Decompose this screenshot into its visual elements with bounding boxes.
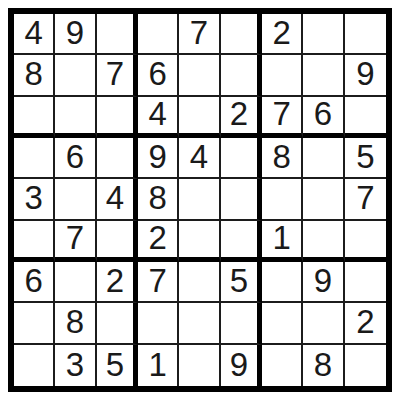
sudoku-cell-r8c5[interactable] — [179, 303, 220, 344]
sudoku-cell-r5c4[interactable]: 8 — [138, 179, 179, 220]
sudoku-cell-r4c8[interactable] — [303, 138, 344, 179]
sudoku-cell-r8c9[interactable]: 2 — [345, 303, 386, 344]
sudoku-cell-r1c9[interactable] — [345, 14, 386, 55]
given-digit: 3 — [66, 348, 84, 381]
sudoku-cell-r3c4[interactable]: 4 — [138, 97, 179, 138]
sudoku-cell-r9c1[interactable] — [14, 345, 55, 386]
sudoku-cell-r1c1[interactable]: 4 — [14, 14, 55, 55]
sudoku-cell-r1c3[interactable] — [97, 14, 138, 55]
sudoku-cell-r4c2[interactable]: 6 — [55, 138, 96, 179]
given-digit: 6 — [148, 57, 166, 90]
sudoku-cell-r2c7[interactable] — [262, 55, 303, 96]
sudoku-cell-r8c8[interactable] — [303, 303, 344, 344]
sudoku-cell-r7c4[interactable]: 7 — [138, 262, 179, 303]
given-digit: 2 — [230, 97, 248, 130]
sudoku-cell-r7c6[interactable]: 5 — [221, 262, 262, 303]
sudoku-cell-r2c3[interactable]: 7 — [97, 55, 138, 96]
sudoku-cell-r7c5[interactable] — [179, 262, 220, 303]
sudoku-board: 497287694276694853487721627598235198 — [8, 8, 392, 392]
sudoku-cell-r9c6[interactable]: 9 — [221, 345, 262, 386]
given-digit: 7 — [356, 181, 374, 214]
given-digit: 2 — [356, 305, 374, 338]
given-digit: 7 — [272, 97, 290, 130]
sudoku-cell-r8c3[interactable] — [97, 303, 138, 344]
sudoku-cell-r9c4[interactable]: 1 — [138, 345, 179, 386]
sudoku-cell-r4c5[interactable]: 4 — [179, 138, 220, 179]
given-digit: 9 — [356, 57, 374, 90]
sudoku-cell-r1c2[interactable]: 9 — [55, 14, 96, 55]
sudoku-cell-r8c2[interactable]: 8 — [55, 303, 96, 344]
given-digit: 2 — [272, 16, 290, 49]
given-digit: 1 — [272, 221, 290, 254]
sudoku-cell-r2c8[interactable] — [303, 55, 344, 96]
sudoku-cell-r2c1[interactable]: 8 — [14, 55, 55, 96]
given-digit: 6 — [24, 264, 42, 297]
given-digit: 4 — [190, 140, 208, 173]
sudoku-cell-r5c3[interactable]: 4 — [97, 179, 138, 220]
sudoku-cell-r8c1[interactable] — [14, 303, 55, 344]
sudoku-cell-r4c4[interactable]: 9 — [138, 138, 179, 179]
sudoku-cell-r6c9[interactable] — [345, 221, 386, 262]
sudoku-cell-r6c1[interactable] — [14, 221, 55, 262]
given-digit: 2 — [106, 264, 124, 297]
sudoku-cell-r2c5[interactable] — [179, 55, 220, 96]
sudoku-cell-r9c5[interactable] — [179, 345, 220, 386]
given-digit: 4 — [148, 97, 166, 130]
given-digit: 6 — [314, 97, 332, 130]
given-digit: 3 — [24, 181, 42, 214]
sudoku-cell-r6c5[interactable] — [179, 221, 220, 262]
sudoku-cell-r1c6[interactable] — [221, 14, 262, 55]
sudoku-cell-r8c6[interactable] — [221, 303, 262, 344]
sudoku-cell-r3c8[interactable]: 6 — [303, 97, 344, 138]
sudoku-cell-r5c9[interactable]: 7 — [345, 179, 386, 220]
given-digit: 4 — [106, 181, 124, 214]
sudoku-cell-r4c9[interactable]: 5 — [345, 138, 386, 179]
given-digit: 7 — [106, 57, 124, 90]
given-digit: 9 — [314, 264, 332, 297]
sudoku-cell-r1c8[interactable] — [303, 14, 344, 55]
given-digit: 9 — [66, 16, 84, 49]
sudoku-cell-r9c8[interactable]: 8 — [303, 345, 344, 386]
sudoku-cell-r3c6[interactable]: 2 — [221, 97, 262, 138]
given-digit: 8 — [148, 181, 166, 214]
sudoku-cell-r4c7[interactable]: 8 — [262, 138, 303, 179]
given-digit: 7 — [66, 221, 84, 254]
sudoku-cell-r3c5[interactable] — [179, 97, 220, 138]
sudoku-cell-r9c2[interactable]: 3 — [55, 345, 96, 386]
given-digit: 5 — [106, 348, 124, 381]
given-digit: 7 — [190, 16, 208, 49]
sudoku-cell-r7c8[interactable]: 9 — [303, 262, 344, 303]
given-digit: 8 — [272, 140, 290, 173]
sudoku-cell-r3c7[interactable]: 7 — [262, 97, 303, 138]
sudoku-cell-r5c8[interactable] — [303, 179, 344, 220]
sudoku-cell-r4c6[interactable] — [221, 138, 262, 179]
given-digit: 7 — [148, 264, 166, 297]
sudoku-cell-r9c7[interactable] — [262, 345, 303, 386]
sudoku-cell-r2c9[interactable]: 9 — [345, 55, 386, 96]
given-digit: 5 — [230, 264, 248, 297]
given-digit: 8 — [66, 305, 84, 338]
sudoku-cell-r9c3[interactable]: 5 — [97, 345, 138, 386]
sudoku-cell-r7c1[interactable]: 6 — [14, 262, 55, 303]
sudoku-cell-r4c3[interactable] — [97, 138, 138, 179]
sudoku-cell-r7c3[interactable]: 2 — [97, 262, 138, 303]
sudoku-cell-r3c2[interactable] — [55, 97, 96, 138]
sudoku-cell-r5c7[interactable] — [262, 179, 303, 220]
sudoku-cell-r6c7[interactable]: 1 — [262, 221, 303, 262]
sudoku-cell-r2c6[interactable] — [221, 55, 262, 96]
sudoku-cell-r8c4[interactable] — [138, 303, 179, 344]
given-digit: 9 — [148, 140, 166, 173]
sudoku-cell-r2c4[interactable]: 6 — [138, 55, 179, 96]
given-digit: 4 — [24, 16, 42, 49]
sudoku-cell-r7c7[interactable] — [262, 262, 303, 303]
given-digit: 8 — [24, 57, 42, 90]
sudoku-cell-r3c9[interactable] — [345, 97, 386, 138]
sudoku-cell-r7c9[interactable] — [345, 262, 386, 303]
sudoku-cell-r2c2[interactable] — [55, 55, 96, 96]
sudoku-cell-r3c3[interactable] — [97, 97, 138, 138]
given-digit: 8 — [314, 348, 332, 381]
sudoku-cell-r1c7[interactable]: 2 — [262, 14, 303, 55]
given-digit: 9 — [230, 348, 248, 381]
sudoku-cell-r5c1[interactable]: 3 — [14, 179, 55, 220]
sudoku-cell-r5c5[interactable] — [179, 179, 220, 220]
given-digit: 2 — [148, 221, 166, 254]
sudoku-cell-r5c2[interactable] — [55, 179, 96, 220]
sudoku-cell-r6c3[interactable] — [97, 221, 138, 262]
sudoku-cell-r1c5[interactable]: 7 — [179, 14, 220, 55]
sudoku-cell-r6c2[interactable]: 7 — [55, 221, 96, 262]
sudoku-cell-r6c6[interactable] — [221, 221, 262, 262]
sudoku-cell-r4c1[interactable] — [14, 138, 55, 179]
given-digit: 1 — [148, 348, 166, 381]
sudoku-cell-r5c6[interactable] — [221, 179, 262, 220]
sudoku-cell-r3c1[interactable] — [14, 97, 55, 138]
sudoku-cell-r6c8[interactable] — [303, 221, 344, 262]
given-digit: 6 — [66, 140, 84, 173]
given-digit: 5 — [356, 140, 374, 173]
sudoku-cell-r6c4[interactable]: 2 — [138, 221, 179, 262]
sudoku-cell-r1c4[interactable] — [138, 14, 179, 55]
sudoku-cell-r8c7[interactable] — [262, 303, 303, 344]
sudoku-cell-r7c2[interactable] — [55, 262, 96, 303]
sudoku-cell-r9c9[interactable] — [345, 345, 386, 386]
